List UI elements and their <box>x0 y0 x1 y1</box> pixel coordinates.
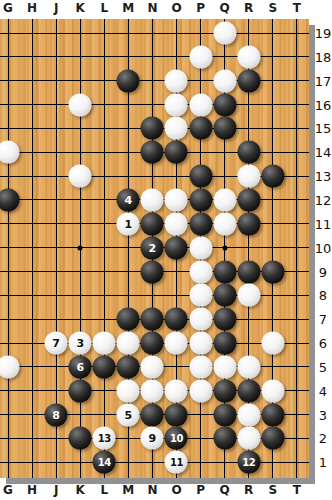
stone-black-Q4[interactable] <box>213 379 236 402</box>
column-label-Q: Q <box>220 482 230 498</box>
move-number-label: 12 <box>242 457 255 468</box>
stone-white-Q19[interactable] <box>213 22 236 45</box>
stone-white-P16[interactable] <box>189 93 212 116</box>
stone-white-Q12[interactable] <box>213 188 236 211</box>
stone-white-P6[interactable] <box>189 332 212 355</box>
stone-black-N15[interactable] <box>141 117 164 140</box>
move-number-label: 11 <box>170 457 183 468</box>
stone-white-R13[interactable] <box>237 165 260 188</box>
stone-black-N11[interactable] <box>141 212 164 235</box>
stone-white-O15[interactable] <box>165 117 188 140</box>
stone-white-Q17[interactable] <box>213 69 236 92</box>
stone-black-R11[interactable] <box>237 212 260 235</box>
stone-black-R1[interactable]: 12 <box>237 451 260 474</box>
column-label-Q: Q <box>220 0 230 16</box>
stone-white-O11[interactable] <box>165 212 188 235</box>
column-label-T: T <box>293 482 301 498</box>
stone-black-M7[interactable] <box>117 308 140 331</box>
stone-black-R17[interactable] <box>237 69 260 92</box>
stone-white-M6[interactable] <box>117 332 140 355</box>
stone-black-P15[interactable] <box>189 117 212 140</box>
row-label-11: 11 <box>314 216 332 231</box>
stone-black-S9[interactable] <box>261 260 284 283</box>
stone-white-L6[interactable] <box>93 332 116 355</box>
move-number-label: 2 <box>149 241 157 254</box>
column-label-N: N <box>147 482 157 498</box>
stone-white-R8[interactable] <box>237 284 260 307</box>
stone-white-K13[interactable] <box>69 165 92 188</box>
stone-white-P8[interactable] <box>189 284 212 307</box>
row-label-1: 1 <box>314 455 332 470</box>
stone-white-O17[interactable] <box>165 69 188 92</box>
stone-white-S6[interactable] <box>261 332 284 355</box>
row-label-10: 10 <box>314 240 332 255</box>
go-diagram: GHJKLMNOPQRST 4127368513910141112 191817… <box>0 0 332 500</box>
stone-white-M11[interactable]: 1 <box>117 212 140 235</box>
stone-black-L5[interactable] <box>93 355 116 378</box>
stone-black-M17[interactable] <box>117 69 140 92</box>
row-label-19: 19 <box>314 26 332 41</box>
column-label-N: N <box>147 0 157 16</box>
stone-black-J3[interactable]: 8 <box>45 403 68 426</box>
stone-white-K6[interactable]: 3 <box>69 332 92 355</box>
column-label-L: L <box>100 482 108 498</box>
column-label-G: G <box>3 0 13 16</box>
stone-black-S3[interactable] <box>261 403 284 426</box>
stone-white-P7[interactable] <box>189 308 212 331</box>
row-label-8: 8 <box>314 288 332 303</box>
column-label-S: S <box>268 0 277 16</box>
move-number-label: 8 <box>52 408 60 421</box>
stone-black-K4[interactable] <box>69 379 92 402</box>
star-point-K10 <box>78 245 83 250</box>
stone-white-O16[interactable] <box>165 93 188 116</box>
column-label-L: L <box>100 0 108 16</box>
row-label-6: 6 <box>314 336 332 351</box>
stone-black-P12[interactable] <box>189 188 212 211</box>
stone-white-Q11[interactable] <box>213 212 236 235</box>
stone-black-R9[interactable] <box>237 260 260 283</box>
stone-black-O3[interactable] <box>165 403 188 426</box>
row-label-18: 18 <box>314 49 332 64</box>
column-label-K: K <box>76 482 85 498</box>
move-number-label: 14 <box>98 457 111 468</box>
column-label-O: O <box>171 0 181 16</box>
stone-black-Q16[interactable] <box>213 93 236 116</box>
stone-black-O7[interactable] <box>165 308 188 331</box>
stone-white-R5[interactable] <box>237 355 260 378</box>
stone-black-K2[interactable] <box>69 427 92 450</box>
row-label-13: 13 <box>314 169 332 184</box>
row-label-3: 3 <box>314 407 332 422</box>
move-number-label: 7 <box>52 337 60 350</box>
column-label-S: S <box>268 482 277 498</box>
stone-white-N12[interactable] <box>141 188 164 211</box>
stone-white-M3[interactable]: 5 <box>117 403 140 426</box>
stone-black-N10[interactable]: 2 <box>141 236 164 259</box>
column-label-J: J <box>54 482 58 498</box>
stone-black-R12[interactable] <box>237 188 260 211</box>
move-number-label: 9 <box>149 432 157 445</box>
column-label-O: O <box>171 482 181 498</box>
star-point-Q10 <box>222 245 227 250</box>
stone-white-P5[interactable] <box>189 355 212 378</box>
stone-black-P11[interactable] <box>189 212 212 235</box>
stone-white-R2[interactable] <box>237 427 260 450</box>
row-label-7: 7 <box>314 312 332 327</box>
row-label-12: 12 <box>314 192 332 207</box>
row-label-15: 15 <box>314 121 332 136</box>
column-label-P: P <box>196 0 205 16</box>
stone-white-L2[interactable]: 13 <box>93 427 116 450</box>
row-label-17: 17 <box>314 73 332 88</box>
column-label-H: H <box>27 482 37 498</box>
column-label-M: M <box>122 482 134 498</box>
stone-white-O4[interactable] <box>165 379 188 402</box>
stone-black-N14[interactable] <box>141 141 164 164</box>
stone-white-O12[interactable] <box>165 188 188 211</box>
stone-black-N7[interactable] <box>141 308 164 331</box>
stone-white-Q5[interactable] <box>213 355 236 378</box>
row-label-16: 16 <box>314 97 332 112</box>
stone-white-J6[interactable]: 7 <box>45 332 68 355</box>
move-number-label: 5 <box>125 408 133 421</box>
move-number-label: 4 <box>125 193 133 206</box>
stone-black-Q2[interactable] <box>213 427 236 450</box>
row-label-9: 9 <box>314 264 332 279</box>
stone-black-Q7[interactable] <box>213 308 236 331</box>
column-label-H: H <box>27 0 37 16</box>
stone-white-P18[interactable] <box>189 45 212 68</box>
stone-black-M5[interactable] <box>117 355 140 378</box>
column-label-K: K <box>76 0 85 16</box>
column-label-J: J <box>54 0 58 16</box>
row-label-2: 2 <box>314 431 332 446</box>
stone-white-P9[interactable] <box>189 260 212 283</box>
stone-white-O6[interactable] <box>165 332 188 355</box>
stone-black-M12[interactable]: 4 <box>117 188 140 211</box>
column-label-M: M <box>122 0 134 16</box>
stone-black-K5[interactable]: 6 <box>69 355 92 378</box>
stone-white-K16[interactable] <box>69 93 92 116</box>
row-label-4: 4 <box>314 383 332 398</box>
stone-black-P13[interactable] <box>189 165 212 188</box>
column-label-T: T <box>293 0 301 16</box>
go-board[interactable]: 4127368513910141112 <box>0 19 309 478</box>
stone-black-N9[interactable] <box>141 260 164 283</box>
stone-black-O10[interactable] <box>165 236 188 259</box>
stone-black-Q3[interactable] <box>213 403 236 426</box>
column-label-R: R <box>244 0 253 16</box>
move-number-label: 1 <box>125 217 133 230</box>
stone-white-R3[interactable] <box>237 403 260 426</box>
stone-black-O14[interactable] <box>165 141 188 164</box>
row-label-5: 5 <box>314 359 332 374</box>
stone-white-S4[interactable] <box>261 379 284 402</box>
stone-black-Q9[interactable] <box>213 260 236 283</box>
stone-white-R18[interactable] <box>237 45 260 68</box>
stone-black-N6[interactable] <box>141 332 164 355</box>
stone-white-N5[interactable] <box>141 355 164 378</box>
move-number-label: 6 <box>76 360 84 373</box>
stone-white-N2[interactable]: 9 <box>141 427 164 450</box>
stone-white-P10[interactable] <box>189 236 212 259</box>
stone-white-M4[interactable] <box>117 379 140 402</box>
stone-black-R14[interactable] <box>237 141 260 164</box>
stone-black-O2[interactable]: 10 <box>165 427 188 450</box>
column-label-R: R <box>244 482 253 498</box>
move-number-label: 10 <box>170 433 183 444</box>
stone-black-R4[interactable] <box>237 379 260 402</box>
stone-white-N4[interactable] <box>141 379 164 402</box>
stone-black-S13[interactable] <box>261 165 284 188</box>
stone-black-N3[interactable] <box>141 403 164 426</box>
move-number-label: 3 <box>76 337 84 350</box>
column-label-G: G <box>3 482 13 498</box>
stone-black-Q8[interactable] <box>213 284 236 307</box>
stone-black-S2[interactable] <box>261 427 284 450</box>
stone-white-P4[interactable] <box>189 379 212 402</box>
row-label-14: 14 <box>314 145 332 160</box>
stone-black-Q6[interactable] <box>213 332 236 355</box>
column-label-P: P <box>196 482 205 498</box>
move-number-label: 13 <box>98 433 111 444</box>
stone-black-Q15[interactable] <box>213 117 236 140</box>
stone-black-L1[interactable]: 14 <box>93 451 116 474</box>
stone-white-O1[interactable]: 11 <box>165 451 188 474</box>
